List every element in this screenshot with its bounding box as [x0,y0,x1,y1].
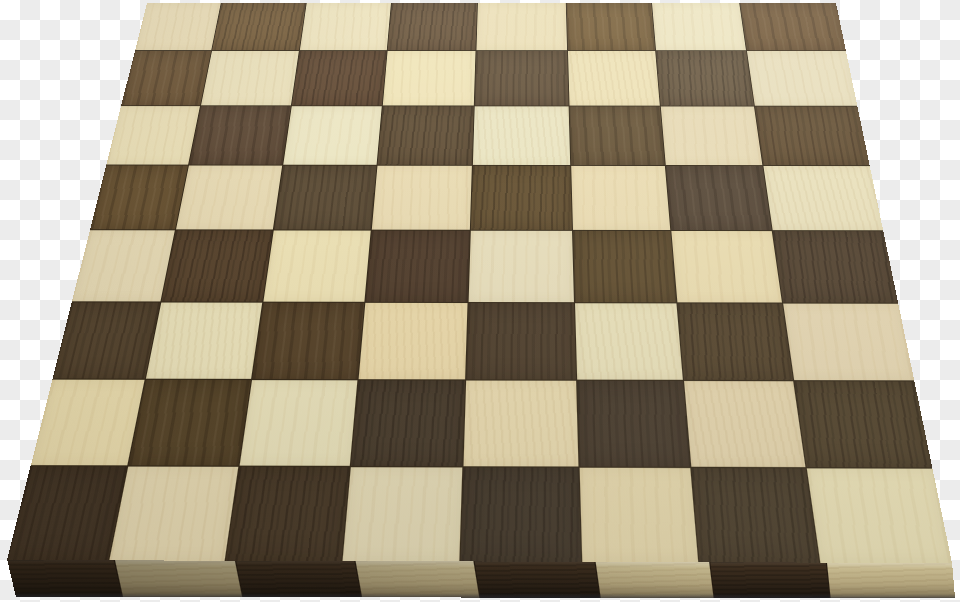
square-d2[interactable] [351,381,465,467]
square-f1[interactable] [579,468,699,562]
square-d6[interactable] [378,106,474,165]
square-h3[interactable] [783,303,914,380]
square-a7[interactable] [121,51,211,105]
square-d8[interactable] [388,3,477,50]
square-g4[interactable] [672,231,782,302]
square-c5[interactable] [274,166,376,230]
square-a3[interactable] [53,302,161,379]
square-e5[interactable] [471,166,572,230]
square-f3[interactable] [575,303,684,380]
square-g1[interactable] [692,468,819,562]
square-b8[interactable] [213,3,307,50]
edge-segment-d1 [355,560,479,597]
square-f5[interactable] [571,166,671,230]
edge-segment-a1 [7,559,122,597]
square-e7[interactable] [475,51,569,105]
edge-segment-c1 [236,560,361,598]
square-b4[interactable] [162,231,273,302]
square-h5[interactable] [764,166,883,230]
page-background [0,0,960,602]
square-g6[interactable] [661,106,762,165]
square-c7[interactable] [292,51,386,105]
square-b3[interactable] [146,302,262,379]
square-a2[interactable] [31,380,145,466]
square-c4[interactable] [264,231,371,302]
square-f6[interactable] [569,106,665,165]
square-c8[interactable] [300,3,391,50]
square-f8[interactable] [566,3,655,50]
square-e2[interactable] [463,381,578,467]
square-h6[interactable] [755,106,869,165]
square-e4[interactable] [468,231,573,302]
square-h4[interactable] [773,231,898,302]
square-d3[interactable] [359,303,468,380]
square-b7[interactable] [201,51,299,105]
square-h7[interactable] [747,51,857,105]
square-g2[interactable] [685,381,806,467]
board-front-edge [7,559,955,598]
square-g8[interactable] [652,3,746,50]
square-d5[interactable] [372,166,472,230]
square-f2[interactable] [577,381,691,467]
edge-segment-g1 [711,561,830,598]
square-a8[interactable] [135,3,221,50]
edge-segment-e1 [474,561,599,598]
square-b6[interactable] [189,106,291,165]
square-c6[interactable] [284,106,382,165]
square-h1[interactable] [807,468,952,563]
chess-board [7,3,952,563]
square-e8[interactable] [476,3,566,50]
square-d4[interactable] [366,231,470,302]
square-g3[interactable] [678,303,793,380]
square-h8[interactable] [740,3,845,50]
square-a4[interactable] [72,230,175,301]
square-e3[interactable] [466,303,576,380]
square-g7[interactable] [657,51,755,105]
square-a5[interactable] [90,165,188,229]
edge-segment-h1 [827,562,955,598]
chessboard-photo [0,0,960,602]
square-e1[interactable] [460,468,580,562]
square-b2[interactable] [129,380,251,466]
edge-segment-f1 [595,561,714,598]
square-b1[interactable] [110,467,239,561]
square-f7[interactable] [568,51,661,105]
square-g5[interactable] [666,166,772,230]
square-a6[interactable] [106,106,200,165]
square-h2[interactable] [795,381,933,467]
square-b5[interactable] [176,166,282,230]
edge-segment-b1 [115,559,242,597]
square-c3[interactable] [253,302,365,379]
square-d1[interactable] [343,467,463,561]
square-a1[interactable] [7,466,128,560]
square-c1[interactable] [226,467,349,561]
square-e6[interactable] [473,106,570,165]
square-d7[interactable] [383,51,476,105]
square-c2[interactable] [240,380,357,466]
square-f4[interactable] [573,231,677,302]
